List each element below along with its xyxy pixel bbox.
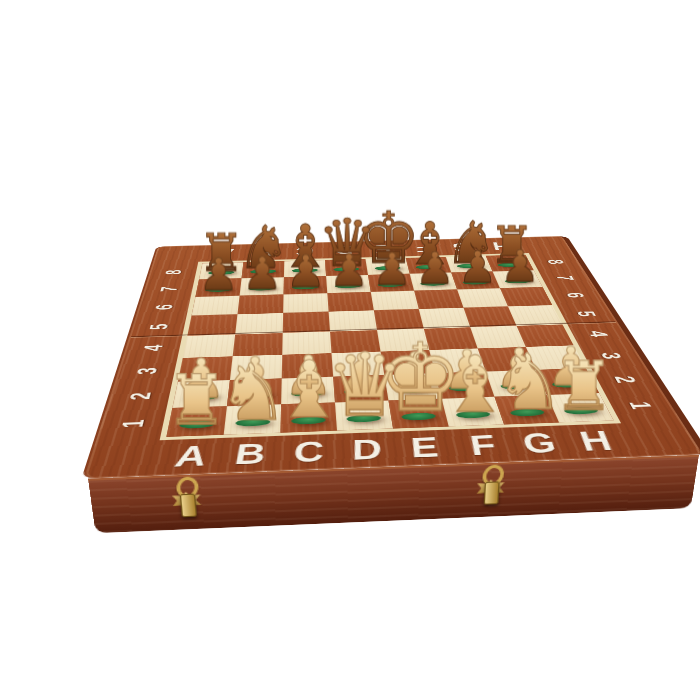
product-photo-scene: ABCDEFGH ABCDEFGH 87654321 87654321 ♜♞♝♛… [0,0,700,700]
file-label-far-c: C [295,244,314,258]
rank-label-left-1: 1 [116,419,152,428]
clasp-latch-icon [180,494,197,518]
brass-clasp-right[interactable] [476,467,505,506]
rank-label-left-3: 3 [131,367,163,375]
square-e6[interactable] [371,291,419,311]
square-d7[interactable]: ♟ [326,275,371,293]
square-a1[interactable]: ♜ [166,406,227,437]
rank-label-right-6: 6 [561,292,590,298]
rank-label-right-1: 1 [622,401,658,410]
rank-label-right-7: 7 [551,275,579,280]
chess-board: ABCDEFGH ABCDEFGH 87654321 87654321 ♜♞♝♛… [81,236,700,479]
square-b7[interactable]: ♟ [240,277,284,295]
square-c1[interactable]: ♝ [281,402,337,432]
piece-glyph: ♞ [217,353,287,432]
file-label-far-h: H [490,239,512,252]
rank-label-left-7: 7 [156,286,183,292]
rank-label-left-5: 5 [144,323,174,330]
square-e7[interactable]: ♟ [368,274,414,292]
rank-label-left-4: 4 [138,344,169,351]
square-b6[interactable] [237,294,283,314]
square-g6[interactable] [457,288,508,307]
square-b1[interactable]: ♞ [224,404,281,434]
file-label-near-b: B [232,438,268,472]
file-label-far-a: A [213,246,235,260]
file-label-far-e: E [375,242,392,256]
rank-label-right-5: 5 [571,310,601,316]
file-label-far-b: B [254,245,275,259]
file-label-far-f: F [415,241,432,254]
square-f7[interactable]: ♟ [410,273,457,291]
rank-label-left-8: 8 [161,269,187,274]
rank-label-right-8: 8 [542,259,569,264]
file-label-near-g: G [519,427,560,460]
file-label-near-h: H [576,425,617,457]
square-f6[interactable] [414,289,463,308]
clasp-latch-icon [484,481,500,504]
square-a6[interactable] [192,296,240,316]
rank-label-left-2: 2 [124,392,158,401]
file-label-near-f: F [467,429,498,462]
square-c7[interactable]: ♟ [284,276,328,294]
file-label-near-a: A [172,440,211,474]
rank-label-left-6: 6 [150,304,178,310]
brass-clasp-left[interactable] [170,480,202,519]
square-a7[interactable]: ♟ [195,278,241,297]
square-g7[interactable]: ♟ [451,271,500,289]
square-d6[interactable] [327,292,373,312]
file-label-far-d: D [335,243,353,257]
file-label-far-g: G [451,240,473,253]
square-c6[interactable] [283,293,328,313]
piece-glyph: ♜ [165,365,227,434]
square-h6[interactable] [500,287,552,306]
file-label-near-d: D [352,433,383,466]
square-h7[interactable]: ♟ [493,270,543,288]
file-label-near-c: C [292,435,325,469]
file-label-near-e: E [410,431,441,464]
